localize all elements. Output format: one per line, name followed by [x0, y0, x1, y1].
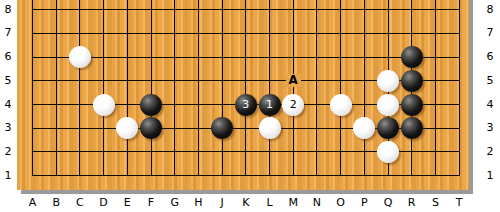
stone-white-D4[interactable]: [93, 94, 115, 116]
stone-white-E3[interactable]: [116, 117, 138, 139]
stone-white-Q4[interactable]: [377, 94, 399, 116]
row-label-right-1: 1: [480, 169, 500, 183]
grid-vline-K: [245, 0, 246, 176]
row-label-left-7: 7: [0, 26, 16, 40]
stone-white-L3[interactable]: [259, 117, 281, 139]
grid-hline-7: [33, 33, 461, 34]
column-label-H: H: [188, 196, 208, 210]
stone-black-R3[interactable]: [401, 117, 423, 139]
grid-hline-8: [33, 9, 461, 10]
row-label-right-6: 6: [480, 50, 500, 64]
grid-vline-B: [56, 0, 57, 176]
stone-black-R4[interactable]: [401, 94, 423, 116]
grid-vline-T: [459, 0, 460, 176]
grid-vline-G: [174, 0, 175, 176]
grid-vline-M: [293, 0, 294, 176]
row-label-right-7: 7: [480, 26, 500, 40]
annotation-A-M5[interactable]: A: [286, 74, 301, 87]
stone-white-P3[interactable]: [353, 117, 375, 139]
grid-hline-6: [33, 57, 461, 58]
row-label-right-8: 8: [480, 3, 500, 17]
column-label-J: J: [212, 196, 232, 210]
stone-black-J3[interactable]: [211, 117, 233, 139]
move-number-1: 1: [266, 99, 273, 110]
stone-white-O4[interactable]: [330, 94, 352, 116]
column-label-T: T: [449, 196, 469, 210]
grid-vline-N: [316, 0, 317, 176]
row-label-right-5: 5: [480, 74, 500, 88]
grid-vline-F: [151, 0, 152, 176]
grid-vline-E: [127, 0, 128, 176]
column-label-E: E: [117, 196, 137, 210]
stone-black-Q3[interactable]: [377, 117, 399, 139]
row-label-left-3: 3: [0, 121, 16, 135]
row-label-left-4: 4: [0, 98, 16, 112]
stone-white-M4[interactable]: 2: [282, 94, 304, 116]
stone-black-L4[interactable]: 1: [259, 94, 281, 116]
column-label-S: S: [425, 196, 445, 210]
column-label-B: B: [46, 196, 66, 210]
grid-vline-A: [32, 0, 33, 176]
column-label-R: R: [402, 196, 422, 210]
grid-vline-C: [79, 0, 80, 176]
stone-black-K4[interactable]: 3: [235, 94, 257, 116]
move-number-2: 2: [290, 99, 297, 110]
column-label-K: K: [236, 196, 256, 210]
row-label-right-3: 3: [480, 121, 500, 135]
grid-vline-O: [340, 0, 341, 176]
stone-black-F4[interactable]: [140, 94, 162, 116]
row-label-right-4: 4: [480, 98, 500, 112]
row-label-left-6: 6: [0, 50, 16, 64]
column-label-C: C: [70, 196, 90, 210]
column-label-P: P: [354, 196, 374, 210]
column-label-F: F: [141, 196, 161, 210]
grid-vline-P: [364, 0, 365, 176]
stone-white-Q2[interactable]: [377, 141, 399, 163]
column-label-M: M: [283, 196, 303, 210]
stone-white-C6[interactable]: [69, 46, 91, 68]
row-label-left-1: 1: [0, 169, 16, 183]
stone-black-R5[interactable]: [401, 70, 423, 92]
column-label-N: N: [307, 196, 327, 210]
column-label-Q: Q: [378, 196, 398, 210]
grid-vline-J: [222, 0, 223, 176]
grid-vline-L: [269, 0, 270, 176]
column-label-L: L: [260, 196, 280, 210]
stone-white-Q5[interactable]: [377, 70, 399, 92]
row-label-left-5: 5: [0, 74, 16, 88]
stone-black-F3[interactable]: [140, 117, 162, 139]
grid-hline-1: [33, 175, 461, 176]
move-number-3: 3: [242, 99, 249, 110]
go-board[interactable]: 312A: [17, 0, 469, 190]
column-label-G: G: [165, 196, 185, 210]
column-label-D: D: [94, 196, 114, 210]
column-label-O: O: [331, 196, 351, 210]
row-label-right-2: 2: [480, 145, 500, 159]
stone-black-R6[interactable]: [401, 46, 423, 68]
grid-vline-H: [198, 0, 199, 176]
row-label-left-2: 2: [0, 145, 16, 159]
go-diagram: 312A 8765432187654321ABCDEFGHJKLMNOPQRST: [0, 0, 500, 212]
grid-vline-S: [435, 0, 436, 176]
grid-vline-D: [103, 0, 104, 176]
row-label-left-8: 8: [0, 3, 16, 17]
column-label-A: A: [23, 196, 43, 210]
